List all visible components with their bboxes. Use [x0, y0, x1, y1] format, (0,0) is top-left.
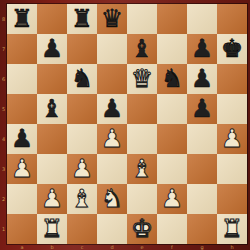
- piece-black-pawn[interactable]: ♟: [191, 95, 213, 123]
- square-a6[interactable]: [7, 64, 37, 94]
- square-c3[interactable]: ♟: [67, 154, 97, 184]
- square-h2[interactable]: [217, 184, 247, 214]
- piece-black-pawn[interactable]: ♟: [191, 65, 213, 93]
- piece-white-pawn[interactable]: ♟: [221, 125, 243, 153]
- file-label-d: d: [97, 243, 127, 250]
- square-h7[interactable]: ♚: [217, 34, 247, 64]
- square-c7[interactable]: [67, 34, 97, 64]
- square-g1[interactable]: [187, 214, 217, 244]
- square-b7[interactable]: ♟: [37, 34, 67, 64]
- rank-label-3: 3: [0, 154, 7, 184]
- piece-black-knight[interactable]: ♞: [71, 65, 93, 93]
- square-e6[interactable]: ♛: [127, 64, 157, 94]
- square-g7[interactable]: ♟: [187, 34, 217, 64]
- piece-white-pawn[interactable]: ♟: [161, 185, 183, 213]
- square-d1[interactable]: [97, 214, 127, 244]
- square-g2[interactable]: [187, 184, 217, 214]
- square-f7[interactable]: [157, 34, 187, 64]
- square-e5[interactable]: [127, 94, 157, 124]
- square-c1[interactable]: [67, 214, 97, 244]
- square-a1[interactable]: [7, 214, 37, 244]
- square-h8[interactable]: [217, 4, 247, 34]
- piece-black-pawn[interactable]: ♟: [41, 35, 63, 63]
- piece-black-bishop[interactable]: ♝: [41, 95, 63, 123]
- piece-white-pawn[interactable]: ♟: [71, 155, 93, 183]
- piece-white-queen[interactable]: ♛: [131, 65, 153, 93]
- piece-black-rook[interactable]: ♜: [71, 5, 93, 33]
- square-b1[interactable]: ♜: [37, 214, 67, 244]
- rank-label-7: 7: [0, 34, 7, 64]
- square-b8[interactable]: [37, 4, 67, 34]
- piece-black-king[interactable]: ♚: [221, 35, 243, 63]
- square-a2[interactable]: [7, 184, 37, 214]
- square-d5[interactable]: ♟: [97, 94, 127, 124]
- square-a3[interactable]: ♟: [7, 154, 37, 184]
- piece-white-pawn[interactable]: ♟: [11, 155, 33, 183]
- square-b4[interactable]: [37, 124, 67, 154]
- piece-white-rook[interactable]: ♜: [221, 215, 243, 243]
- square-f8[interactable]: [157, 4, 187, 34]
- square-d3[interactable]: [97, 154, 127, 184]
- square-f4[interactable]: [157, 124, 187, 154]
- piece-white-pawn[interactable]: ♟: [41, 185, 63, 213]
- square-h4[interactable]: ♟: [217, 124, 247, 154]
- square-a5[interactable]: [7, 94, 37, 124]
- square-a4[interactable]: ♟: [7, 124, 37, 154]
- piece-white-bishop[interactable]: ♝: [71, 185, 93, 213]
- square-g4[interactable]: [187, 124, 217, 154]
- square-b6[interactable]: [37, 64, 67, 94]
- square-d2[interactable]: ♞: [97, 184, 127, 214]
- piece-black-queen[interactable]: ♛: [101, 5, 123, 33]
- rank-label-5: 5: [0, 94, 7, 124]
- square-g8[interactable]: [187, 4, 217, 34]
- piece-black-pawn[interactable]: ♟: [191, 35, 213, 63]
- rank-label-4: 4: [0, 124, 7, 154]
- square-f1[interactable]: [157, 214, 187, 244]
- board-grid: ♜♜♛♟♝♟♚♞♛♞♟♝♟♟♟♟♟♟♟♝♟♝♞♟♜♚♜: [7, 4, 247, 244]
- piece-white-king[interactable]: ♚: [131, 215, 153, 243]
- rank-label-1: 1: [0, 214, 7, 244]
- square-a8[interactable]: ♜: [7, 4, 37, 34]
- square-f2[interactable]: ♟: [157, 184, 187, 214]
- square-e8[interactable]: [127, 4, 157, 34]
- square-e4[interactable]: [127, 124, 157, 154]
- piece-white-pawn[interactable]: ♟: [101, 125, 123, 153]
- file-label-g: g: [187, 243, 217, 250]
- square-g5[interactable]: ♟: [187, 94, 217, 124]
- rank-label-8: 8: [0, 4, 7, 34]
- square-b3[interactable]: [37, 154, 67, 184]
- square-g3[interactable]: [187, 154, 217, 184]
- file-label-c: c: [67, 243, 97, 250]
- square-d4[interactable]: ♟: [97, 124, 127, 154]
- square-c6[interactable]: ♞: [67, 64, 97, 94]
- square-c4[interactable]: [67, 124, 97, 154]
- rank-label-2: 2: [0, 184, 7, 214]
- square-f5[interactable]: [157, 94, 187, 124]
- square-b2[interactable]: ♟: [37, 184, 67, 214]
- piece-black-rook[interactable]: ♜: [11, 5, 33, 33]
- piece-white-knight[interactable]: ♞: [101, 185, 123, 213]
- chess-board: ♜♜♛♟♝♟♚♞♛♞♟♝♟♟♟♟♟♟♟♝♟♝♞♟♜♚♜ 87654321abcd…: [0, 0, 250, 250]
- piece-black-bishop[interactable]: ♝: [131, 35, 153, 63]
- piece-black-knight[interactable]: ♞: [161, 65, 183, 93]
- square-f6[interactable]: ♞: [157, 64, 187, 94]
- square-c5[interactable]: [67, 94, 97, 124]
- square-c8[interactable]: ♜: [67, 4, 97, 34]
- square-d6[interactable]: [97, 64, 127, 94]
- square-f3[interactable]: [157, 154, 187, 184]
- square-h6[interactable]: [217, 64, 247, 94]
- square-b5[interactable]: ♝: [37, 94, 67, 124]
- piece-black-pawn[interactable]: ♟: [101, 95, 123, 123]
- file-label-b: b: [37, 243, 67, 250]
- square-h1[interactable]: ♜: [217, 214, 247, 244]
- square-d8[interactable]: ♛: [97, 4, 127, 34]
- square-e2[interactable]: [127, 184, 157, 214]
- file-label-h: h: [217, 243, 247, 250]
- square-e3[interactable]: ♝: [127, 154, 157, 184]
- square-h5[interactable]: [217, 94, 247, 124]
- piece-black-pawn[interactable]: ♟: [11, 125, 33, 153]
- square-g6[interactable]: ♟: [187, 64, 217, 94]
- file-label-f: f: [157, 243, 187, 250]
- square-e7[interactable]: ♝: [127, 34, 157, 64]
- piece-white-bishop[interactable]: ♝: [131, 155, 153, 183]
- square-a7[interactable]: [7, 34, 37, 64]
- square-h3[interactable]: [217, 154, 247, 184]
- square-c2[interactable]: ♝: [67, 184, 97, 214]
- square-e1[interactable]: ♚: [127, 214, 157, 244]
- square-d7[interactable]: [97, 34, 127, 64]
- file-label-a: a: [7, 243, 37, 250]
- rank-label-6: 6: [0, 64, 7, 94]
- piece-white-rook[interactable]: ♜: [41, 215, 63, 243]
- file-label-e: e: [127, 243, 157, 250]
